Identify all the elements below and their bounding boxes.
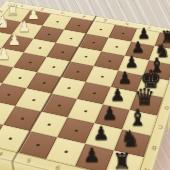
rank-label-top: 5	[103, 18, 108, 21]
rank-label-bottom: 6	[54, 165, 61, 170]
chess-board-box: ♜♟♟♜♞♟♟♞♝♟♟♝♚♟♟♚♛♟♟♛♝♟♟♝♞♟♟♞♜♟♟♜ HH11GG2…	[0, 1, 170, 170]
chess-board-grid: ♜♟♟♜♞♟♟♞♝♟♟♝♚♟♟♚♛♟♟♛♝♟♟♝♞♟♟♞♜♟♟♜	[0, 7, 170, 170]
file-label-right: D	[164, 105, 170, 110]
photo-scene: ♜♟♟♜♞♟♟♞♝♟♟♝♚♟♟♚♛♟♟♛♝♟♟♝♞♟♟♞♜♟♟♜ HH11GG2…	[0, 0, 170, 170]
square-a8[interactable]: ♜	[105, 150, 143, 170]
white-pawn[interactable]: ♟	[0, 62, 6, 78]
file-label-right: A	[144, 167, 151, 170]
black-pawn[interactable]: ♟	[95, 105, 124, 123]
black-knight[interactable]: ♞	[115, 127, 145, 149]
rank-label-top: 4	[82, 15, 87, 18]
rank-label-top: 3	[61, 11, 66, 14]
rank-label-bottom: 5	[25, 158, 32, 164]
black-pawn[interactable]: ♟	[104, 87, 132, 104]
black-pawn[interactable]: ♟	[76, 146, 107, 165]
black-pawn[interactable]: ♟	[86, 125, 116, 143]
file-label-right: C	[158, 124, 164, 130]
board-frame: ♜♟♟♜♞♟♟♞♝♟♟♝♚♟♟♚♛♟♟♛♝♟♟♝♞♟♟♞♜♟♟♜ HH11GG2…	[0, 1, 170, 170]
file-label-right: B	[151, 145, 157, 151]
rank-label-bottom: 4	[0, 151, 4, 157]
rank-label-top: 6	[125, 22, 130, 25]
black-rook[interactable]: ♜	[106, 150, 138, 170]
white-pawn[interactable]: ♟	[0, 47, 16, 62]
